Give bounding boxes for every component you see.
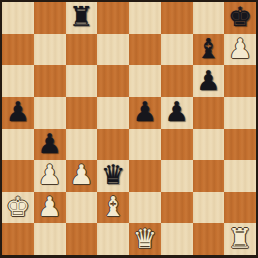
piece-black-pawn[interactable]: ♟: [133, 98, 157, 125]
square-a6[interactable]: [2, 65, 34, 97]
square-b3[interactable]: ♟: [34, 160, 66, 192]
piece-white-bishop[interactable]: ♝: [101, 193, 125, 220]
chess-board-frame: ♜♚♝♟♟♟♟♟♟♟♟♛♚♟♝♛♜: [0, 0, 258, 258]
square-g1[interactable]: [193, 223, 225, 255]
square-g8[interactable]: [193, 2, 225, 34]
square-g3[interactable]: [193, 160, 225, 192]
square-h5[interactable]: [224, 97, 256, 129]
square-f7[interactable]: [161, 34, 193, 66]
square-c8[interactable]: ♜: [66, 2, 98, 34]
square-g4[interactable]: [193, 129, 225, 161]
square-c2[interactable]: [66, 192, 98, 224]
square-g5[interactable]: [193, 97, 225, 129]
square-a3[interactable]: [2, 160, 34, 192]
square-c6[interactable]: [66, 65, 98, 97]
square-e3[interactable]: [129, 160, 161, 192]
piece-black-pawn[interactable]: ♟: [38, 130, 62, 157]
square-g7[interactable]: ♝: [193, 34, 225, 66]
square-f4[interactable]: [161, 129, 193, 161]
square-b5[interactable]: [34, 97, 66, 129]
square-d4[interactable]: [97, 129, 129, 161]
square-a5[interactable]: ♟: [2, 97, 34, 129]
square-h8[interactable]: ♚: [224, 2, 256, 34]
square-b7[interactable]: [34, 34, 66, 66]
square-b4[interactable]: ♟: [34, 129, 66, 161]
piece-black-pawn[interactable]: ♟: [196, 67, 220, 94]
square-h2[interactable]: [224, 192, 256, 224]
square-d6[interactable]: [97, 65, 129, 97]
square-f6[interactable]: [161, 65, 193, 97]
piece-white-pawn[interactable]: ♟: [38, 193, 62, 220]
square-b2[interactable]: ♟: [34, 192, 66, 224]
square-d3[interactable]: ♛: [97, 160, 129, 192]
piece-black-pawn[interactable]: ♟: [165, 98, 189, 125]
square-f2[interactable]: [161, 192, 193, 224]
square-f8[interactable]: [161, 2, 193, 34]
square-e2[interactable]: [129, 192, 161, 224]
square-d7[interactable]: [97, 34, 129, 66]
square-e7[interactable]: [129, 34, 161, 66]
square-a7[interactable]: [2, 34, 34, 66]
square-c3[interactable]: ♟: [66, 160, 98, 192]
piece-black-rook[interactable]: ♜: [69, 3, 93, 30]
square-h6[interactable]: [224, 65, 256, 97]
square-d8[interactable]: [97, 2, 129, 34]
square-b8[interactable]: [34, 2, 66, 34]
piece-white-king[interactable]: ♚: [6, 193, 30, 220]
square-c1[interactable]: [66, 223, 98, 255]
square-h4[interactable]: [224, 129, 256, 161]
square-a2[interactable]: ♚: [2, 192, 34, 224]
piece-black-queen[interactable]: ♛: [101, 161, 125, 188]
square-a8[interactable]: [2, 2, 34, 34]
square-f1[interactable]: [161, 223, 193, 255]
square-g2[interactable]: [193, 192, 225, 224]
square-d2[interactable]: ♝: [97, 192, 129, 224]
square-h3[interactable]: [224, 160, 256, 192]
square-c5[interactable]: [66, 97, 98, 129]
piece-white-pawn[interactable]: ♟: [69, 161, 93, 188]
square-b1[interactable]: [34, 223, 66, 255]
square-a4[interactable]: [2, 129, 34, 161]
square-d1[interactable]: [97, 223, 129, 255]
square-g6[interactable]: ♟: [193, 65, 225, 97]
piece-white-pawn[interactable]: ♟: [38, 161, 62, 188]
chess-board: ♜♚♝♟♟♟♟♟♟♟♟♛♚♟♝♛♜: [2, 2, 256, 255]
square-f5[interactable]: ♟: [161, 97, 193, 129]
piece-black-bishop[interactable]: ♝: [196, 35, 220, 62]
square-e5[interactable]: ♟: [129, 97, 161, 129]
square-f3[interactable]: [161, 160, 193, 192]
square-c7[interactable]: [66, 34, 98, 66]
square-h1[interactable]: ♜: [224, 223, 256, 255]
piece-white-rook[interactable]: ♜: [228, 225, 252, 252]
square-e4[interactable]: [129, 129, 161, 161]
piece-black-king[interactable]: ♚: [228, 3, 252, 30]
piece-white-queen[interactable]: ♛: [133, 225, 157, 252]
piece-white-pawn[interactable]: ♟: [228, 35, 252, 62]
square-e1[interactable]: ♛: [129, 223, 161, 255]
square-a1[interactable]: [2, 223, 34, 255]
square-d5[interactable]: [97, 97, 129, 129]
square-h7[interactable]: ♟: [224, 34, 256, 66]
square-e6[interactable]: [129, 65, 161, 97]
square-b6[interactable]: [34, 65, 66, 97]
piece-black-pawn[interactable]: ♟: [6, 98, 30, 125]
square-c4[interactable]: [66, 129, 98, 161]
square-e8[interactable]: [129, 2, 161, 34]
